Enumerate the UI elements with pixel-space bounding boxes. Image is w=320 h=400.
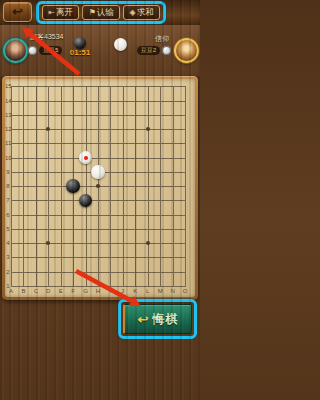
flag-icon: ⚑ bbox=[89, 8, 96, 17]
board-panel: 151413121110987654321ABCDEFGHIJKLMNO bbox=[2, 76, 198, 300]
exit-icon: ⇤ bbox=[48, 8, 55, 17]
column-label: N bbox=[170, 288, 174, 295]
black-player-name: 游客43534 bbox=[30, 32, 63, 42]
annotation-highlight-undo: ↩ 悔棋 bbox=[118, 299, 197, 339]
top-bar: ↩ ⇤ 离开 ⚑ 认输 ◈ 求和 bbox=[0, 0, 200, 25]
white-badge-label: 豆豆2 bbox=[137, 46, 160, 55]
column-label: I bbox=[110, 288, 112, 295]
column-label: M bbox=[158, 288, 163, 295]
undo-arrow-icon: ↩ bbox=[138, 312, 149, 327]
column-label: O bbox=[183, 288, 188, 295]
draw-label: 求和 bbox=[137, 7, 154, 19]
column-label: K bbox=[133, 288, 137, 295]
black-player-timer: 01:51 bbox=[64, 48, 96, 57]
white-stone-indicator bbox=[114, 38, 127, 51]
white-player-badge: 豆豆2 bbox=[137, 46, 171, 55]
board-grid[interactable] bbox=[11, 86, 186, 287]
leave-button[interactable]: ⇤ 离开 bbox=[42, 5, 79, 20]
draw-button[interactable]: ◈ 求和 bbox=[123, 5, 160, 20]
back-icon: ↩ bbox=[12, 4, 23, 19]
coin-icon bbox=[162, 46, 171, 55]
leave-label: 离开 bbox=[56, 7, 73, 19]
column-label: E bbox=[59, 288, 63, 295]
column-label: L bbox=[146, 288, 149, 295]
black-player-avatar[interactable] bbox=[3, 38, 28, 63]
undo-label: 悔棋 bbox=[152, 311, 178, 328]
column-label: B bbox=[21, 288, 25, 295]
black-player-badge: 豆豆5 bbox=[28, 46, 62, 55]
column-label: D bbox=[46, 288, 50, 295]
column-label: G bbox=[83, 288, 88, 295]
resign-button[interactable]: ⚑ 认输 bbox=[82, 5, 120, 20]
column-label: A bbox=[9, 288, 13, 295]
annotation-highlight-topbar: ⇤ 离开 ⚑ 认输 ◈ 求和 bbox=[36, 1, 166, 24]
game-screen: ↩ ⇤ 离开 ⚑ 认输 ◈ 求和 游客43534 豆豆5 01:51 bbox=[0, 0, 200, 400]
coin-icon bbox=[28, 46, 37, 55]
player-bar: 游客43534 豆豆5 01:51 信仰 豆豆2 bbox=[0, 25, 200, 76]
board-surface[interactable]: 151413121110987654321ABCDEFGHIJKLMNO bbox=[5, 79, 195, 297]
column-label: H bbox=[96, 288, 100, 295]
handshake-icon: ◈ bbox=[130, 8, 136, 17]
resign-label: 认输 bbox=[97, 7, 114, 19]
back-button[interactable]: ↩ bbox=[3, 2, 32, 22]
column-label: F bbox=[71, 288, 75, 295]
undo-button[interactable]: ↩ 悔棋 bbox=[123, 304, 192, 334]
white-player-name: 信仰 bbox=[155, 34, 169, 44]
black-badge-label: 豆豆5 bbox=[39, 46, 62, 55]
white-player-avatar[interactable] bbox=[174, 38, 199, 63]
column-label: C bbox=[34, 288, 38, 295]
column-label: J bbox=[121, 288, 124, 295]
